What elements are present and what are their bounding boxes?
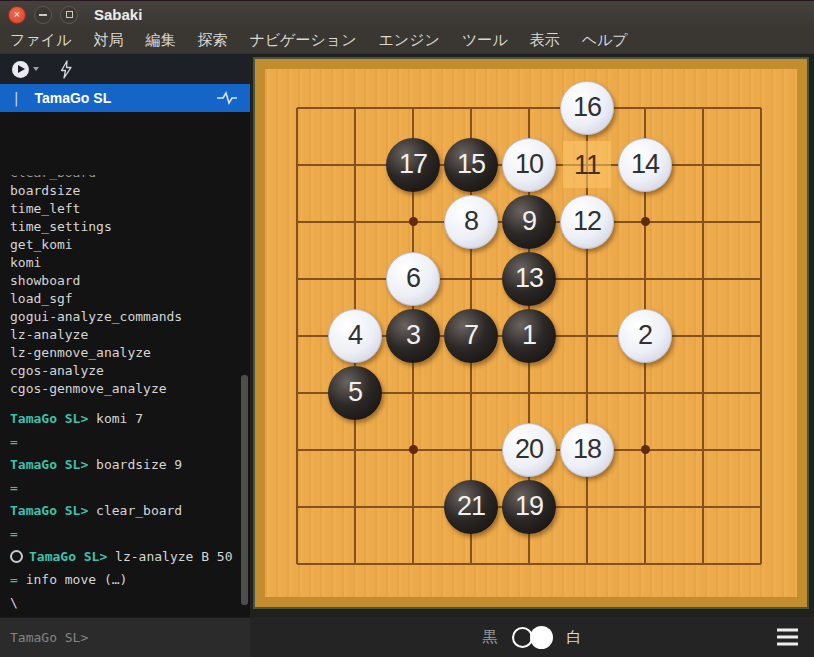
board-point[interactable]	[500, 535, 558, 592]
white-stone-16: 16	[560, 81, 614, 135]
board-point[interactable]	[732, 193, 790, 250]
white-stone-14: 14	[618, 138, 672, 192]
goban: 161715101114891261343712520182119	[253, 57, 809, 609]
board-point[interactable]: 20	[500, 421, 558, 478]
board-point[interactable]	[500, 79, 558, 136]
board-point[interactable]	[268, 478, 326, 535]
menu-item[interactable]: 表示	[530, 31, 560, 50]
board-point[interactable]	[500, 364, 558, 421]
hoshi-dot	[641, 445, 650, 454]
board-point[interactable]	[558, 250, 616, 307]
board-area: 161715101114891261343712520182119 黒 白	[250, 54, 814, 657]
autocomplete-item[interactable]: clear_board	[10, 175, 182, 182]
board-point[interactable]	[558, 307, 616, 364]
command-autocomplete-list: clear_boardboardsizetime_lefttime_settin…	[10, 175, 182, 398]
console-line: TamaGo SL> boardsize 9	[10, 453, 233, 476]
toggle-white-circle-icon	[530, 626, 553, 649]
board-point[interactable]	[326, 193, 384, 250]
board-point[interactable]	[268, 193, 326, 250]
start-engine-button[interactable]	[12, 61, 39, 78]
board-point[interactable]	[268, 535, 326, 592]
board-point[interactable]	[732, 250, 790, 307]
board-point[interactable]	[268, 136, 326, 193]
board-point[interactable]	[674, 364, 732, 421]
board-point[interactable]	[674, 478, 732, 535]
menu-item[interactable]: ツール	[462, 31, 508, 50]
autocomplete-item[interactable]: load_sgf	[10, 290, 182, 308]
board-point[interactable]: 5	[326, 364, 384, 421]
board-point[interactable]	[384, 364, 442, 421]
autocomplete-item[interactable]: showboard	[10, 272, 182, 290]
board-point[interactable]	[268, 307, 326, 364]
titlebar: × Sabaki	[0, 0, 814, 28]
board-point[interactable]	[674, 79, 732, 136]
board-point[interactable]	[326, 421, 384, 478]
go-board-grid: 161715101114891261343712520182119	[268, 79, 790, 592]
activity-pulse-icon	[216, 90, 238, 106]
board-point[interactable]	[268, 250, 326, 307]
autocomplete-item[interactable]: cgos-genmove_analyze	[10, 380, 182, 398]
board-point[interactable]	[268, 79, 326, 136]
white-stone-20: 20	[502, 423, 556, 477]
white-stone-8: 8	[444, 195, 498, 249]
autocomplete-item[interactable]: get_komi	[10, 236, 182, 254]
board-point[interactable]	[326, 79, 384, 136]
board-point[interactable]	[268, 364, 326, 421]
black-stone-13: 13	[502, 252, 556, 306]
menu-item[interactable]: エンジン	[379, 31, 440, 50]
goban-wood: 161715101114891261343712520182119	[265, 69, 797, 597]
engine-bar-glyph: |	[12, 90, 20, 106]
chevron-down-icon	[33, 67, 39, 71]
captured-move-number-11: 11	[574, 149, 600, 180]
console-line: \	[10, 591, 233, 614]
board-point[interactable]	[616, 193, 674, 250]
hamburger-icon[interactable]	[777, 629, 798, 646]
black-stone-5: 5	[328, 366, 382, 420]
board-point[interactable]	[616, 535, 674, 592]
console-line: = info move (…)	[10, 568, 233, 591]
black-stone-3: 3	[386, 309, 440, 363]
console-input[interactable]: TamaGo SL>	[0, 617, 250, 657]
board-point[interactable]: 16	[558, 79, 616, 136]
autocomplete-item[interactable]: lz-analyze	[10, 326, 182, 344]
menubar: ファイル対局編集探索ナビゲーションエンジンツール表示ヘルプ	[0, 28, 814, 54]
board-point[interactable]	[442, 79, 500, 136]
autocomplete-item[interactable]: lz-genmove_analyze	[10, 344, 182, 362]
engine-item-tamago[interactable]: | TamaGo SL	[0, 84, 250, 112]
menu-item[interactable]: ヘルプ	[582, 31, 628, 50]
board-point[interactable]: 9	[500, 193, 558, 250]
play-icon	[12, 61, 29, 78]
maximize-icon[interactable]	[60, 6, 78, 24]
black-stone-15: 15	[444, 138, 498, 192]
board-point[interactable]	[674, 535, 732, 592]
board-point[interactable]	[558, 364, 616, 421]
console-line: TamaGo SL> komi 7	[10, 407, 233, 430]
menu-item[interactable]: ナビゲーション	[249, 31, 356, 50]
board-point[interactable]	[442, 364, 500, 421]
board-point[interactable]	[616, 79, 674, 136]
board-point[interactable]	[442, 250, 500, 307]
black-stone-17: 17	[386, 138, 440, 192]
board-point[interactable]	[732, 79, 790, 136]
board-point[interactable]: 19	[500, 478, 558, 535]
hoshi-dot	[409, 445, 418, 454]
hoshi-dot	[409, 217, 418, 226]
menu-item[interactable]: 対局	[93, 31, 123, 50]
lightning-icon[interactable]	[59, 60, 73, 79]
console-scrollbar[interactable]	[241, 375, 248, 605]
board-point[interactable]	[616, 421, 674, 478]
board-point[interactable]: 6	[384, 250, 442, 307]
board-point[interactable]	[674, 193, 732, 250]
console-input-prompt: TamaGo SL>	[10, 630, 88, 645]
black-stone-7: 7	[444, 309, 498, 363]
black-stone-21: 21	[444, 480, 498, 534]
white-stone-10: 10	[502, 138, 556, 192]
board-point[interactable]	[732, 478, 790, 535]
board-point[interactable]	[384, 535, 442, 592]
engine-name: TamaGo SL	[34, 90, 216, 106]
menu-item[interactable]: 編集	[145, 31, 175, 50]
white-stone-2: 2	[618, 309, 672, 363]
board-point[interactable]: 14	[616, 136, 674, 193]
board-point[interactable]	[674, 307, 732, 364]
board-point[interactable]: 18	[558, 421, 616, 478]
board-point[interactable]: 13	[500, 250, 558, 307]
engine-sidebar: | TamaGo SL clear_boardboardsizetime_lef…	[0, 54, 250, 657]
board-point[interactable]: 7	[442, 307, 500, 364]
board-point[interactable]	[268, 421, 326, 478]
hoshi-dot	[641, 217, 650, 226]
board-point[interactable]	[732, 421, 790, 478]
white-stone-18: 18	[560, 423, 614, 477]
board-point[interactable]: 11	[558, 136, 616, 193]
console-line: =	[10, 430, 233, 453]
white-player-label: 白	[567, 628, 582, 647]
board-point[interactable]	[732, 307, 790, 364]
board-point[interactable]: 1	[500, 307, 558, 364]
console-history: TamaGo SL> komi 7=TamaGo SL> boardsize 9…	[10, 407, 233, 614]
busy-circle-icon	[10, 550, 23, 563]
board-point[interactable]: 10	[500, 136, 558, 193]
console-line: =	[10, 522, 233, 545]
board-point[interactable]	[558, 535, 616, 592]
minimize-icon[interactable]	[34, 6, 52, 24]
board-point[interactable]: 8	[442, 193, 500, 250]
board-point[interactable]	[384, 193, 442, 250]
app-window: × Sabaki ファイル対局編集探索ナビゲーションエンジンツール表示ヘルプ |…	[0, 0, 814, 657]
board-bottombar: 黒 白	[250, 617, 814, 657]
white-stone-4: 4	[328, 309, 382, 363]
board-point[interactable]	[326, 478, 384, 535]
board-point[interactable]: 4	[326, 307, 384, 364]
gtp-console[interactable]: clear_boardboardsizetime_lefttime_settin…	[0, 112, 250, 617]
board-point[interactable]: 12	[558, 193, 616, 250]
board-point[interactable]	[674, 136, 732, 193]
autocomplete-item[interactable]: boardsize	[10, 182, 182, 200]
board-point[interactable]	[558, 478, 616, 535]
white-stone-12: 12	[560, 195, 614, 249]
board-point[interactable]	[326, 250, 384, 307]
board-point[interactable]	[442, 421, 500, 478]
black-player-label: 黒	[483, 628, 498, 647]
board-point[interactable]: 3	[384, 307, 442, 364]
player-color-toggle[interactable]	[512, 626, 553, 649]
board-point[interactable]	[616, 364, 674, 421]
black-stone-9: 9	[502, 195, 556, 249]
board-point[interactable]	[616, 250, 674, 307]
board-point[interactable]: 15	[442, 136, 500, 193]
board-point[interactable]	[732, 136, 790, 193]
board-point[interactable]: 21	[442, 478, 500, 535]
autocomplete-item[interactable]: cgos-analyze	[10, 362, 182, 380]
console-line: =	[10, 476, 233, 499]
white-stone-6: 6	[386, 252, 440, 306]
menu-item[interactable]: ファイル	[10, 31, 71, 50]
menu-item[interactable]: 探索	[197, 31, 227, 50]
board-point[interactable]: 17	[384, 136, 442, 193]
board-point[interactable]	[674, 250, 732, 307]
board-point[interactable]	[732, 535, 790, 592]
autocomplete-item[interactable]: time_settings	[10, 218, 182, 236]
black-stone-19: 19	[502, 480, 556, 534]
board-point[interactable]	[442, 535, 500, 592]
board-point[interactable]	[384, 421, 442, 478]
black-stone-1: 1	[502, 309, 556, 363]
board-point[interactable]	[326, 136, 384, 193]
board-point[interactable]	[384, 478, 442, 535]
close-icon[interactable]: ×	[8, 6, 26, 24]
autocomplete-item[interactable]: komi	[10, 254, 182, 272]
board-point[interactable]	[732, 364, 790, 421]
board-point[interactable]	[674, 421, 732, 478]
autocomplete-item[interactable]: time_left	[10, 200, 182, 218]
board-point[interactable]: 2	[616, 307, 674, 364]
window-title: Sabaki	[94, 6, 142, 23]
board-point[interactable]	[326, 535, 384, 592]
board-point[interactable]	[616, 478, 674, 535]
board-point[interactable]	[384, 79, 442, 136]
console-line: TamaGo SL> lz-analyze B 50	[10, 545, 233, 568]
autocomplete-item[interactable]: gogui-analyze_commands	[10, 308, 182, 326]
console-line: TamaGo SL> clear_board	[10, 499, 233, 522]
engine-toolbar	[0, 54, 250, 84]
